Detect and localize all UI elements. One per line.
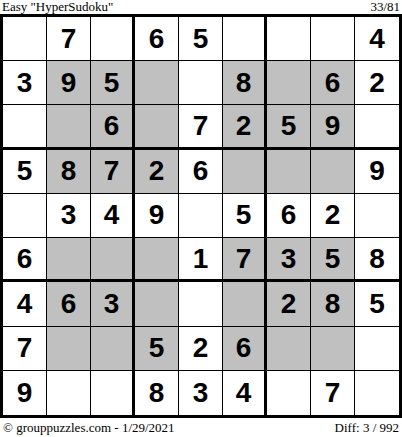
cell-r7c2[interactable]: 6 — [47, 282, 91, 326]
cell-r6c1[interactable]: 6 — [3, 238, 47, 282]
cell-r9c6[interactable]: 4 — [223, 371, 267, 415]
cell-r7c6[interactable] — [223, 282, 267, 326]
cell-r3c7[interactable]: 5 — [267, 105, 311, 149]
cell-r9c4[interactable]: 8 — [135, 371, 179, 415]
footer: © grouppuzzles.com - 1/29/2021 Diff: 3 /… — [0, 418, 402, 437]
cell-r4c8[interactable] — [311, 150, 355, 194]
cell-r4c6[interactable] — [223, 150, 267, 194]
progress-counter: 33/81 — [370, 0, 400, 13]
cell-r9c9[interactable] — [355, 371, 399, 415]
cell-r5c4[interactable]: 9 — [135, 194, 179, 238]
cell-r6c2[interactable] — [47, 238, 91, 282]
cell-r2c3[interactable]: 5 — [91, 61, 135, 105]
cell-r8c1[interactable]: 7 — [3, 327, 47, 371]
cell-r1c4[interactable]: 6 — [135, 17, 179, 61]
cell-r7c3[interactable]: 3 — [91, 282, 135, 326]
cell-r8c6[interactable]: 6 — [223, 327, 267, 371]
cell-r3c5[interactable]: 7 — [179, 105, 223, 149]
cell-r3c6[interactable]: 2 — [223, 105, 267, 149]
cell-r2c5[interactable] — [179, 61, 223, 105]
cell-r5c9[interactable] — [355, 194, 399, 238]
cell-r5c7[interactable]: 6 — [267, 194, 311, 238]
cell-r8c7[interactable] — [267, 327, 311, 371]
difficulty-text: Diff: 3 / 992 — [335, 420, 399, 436]
cell-r2c6[interactable]: 8 — [223, 61, 267, 105]
cell-r1c7[interactable] — [267, 17, 311, 61]
header: Easy "HyperSudoku" 33/81 — [0, 0, 402, 14]
cell-r8c3[interactable] — [91, 327, 135, 371]
cell-r7c4[interactable] — [135, 282, 179, 326]
cell-r8c9[interactable] — [355, 327, 399, 371]
cell-r4c4[interactable]: 2 — [135, 150, 179, 194]
puzzle-title: Easy "HyperSudoku" — [2, 0, 113, 13]
cell-r8c4[interactable]: 5 — [135, 327, 179, 371]
cell-r1c3[interactable] — [91, 17, 135, 61]
cell-r4c1[interactable]: 5 — [3, 150, 47, 194]
cell-r3c8[interactable]: 9 — [311, 105, 355, 149]
cell-r5c3[interactable]: 4 — [91, 194, 135, 238]
cell-r1c8[interactable] — [311, 17, 355, 61]
cell-r1c6[interactable] — [223, 17, 267, 61]
cell-r1c2[interactable]: 7 — [47, 17, 91, 61]
cell-r3c1[interactable] — [3, 105, 47, 149]
cell-r6c3[interactable] — [91, 238, 135, 282]
cell-r8c8[interactable] — [311, 327, 355, 371]
cell-r3c4[interactable] — [135, 105, 179, 149]
cell-r4c9[interactable]: 9 — [355, 150, 399, 194]
cell-r4c2[interactable]: 8 — [47, 150, 91, 194]
cell-r7c5[interactable] — [179, 282, 223, 326]
cell-r8c5[interactable]: 2 — [179, 327, 223, 371]
cell-r2c2[interactable]: 9 — [47, 61, 91, 105]
cell-r7c9[interactable]: 5 — [355, 282, 399, 326]
cell-r4c3[interactable]: 7 — [91, 150, 135, 194]
cell-r6c7[interactable]: 3 — [267, 238, 311, 282]
cell-r9c7[interactable] — [267, 371, 311, 415]
cell-r5c2[interactable]: 3 — [47, 194, 91, 238]
cell-r7c8[interactable]: 8 — [311, 282, 355, 326]
cell-r3c2[interactable] — [47, 105, 91, 149]
cell-r9c8[interactable]: 7 — [311, 371, 355, 415]
cell-r6c6[interactable]: 7 — [223, 238, 267, 282]
cell-r2c7[interactable] — [267, 61, 311, 105]
cell-r5c5[interactable] — [179, 194, 223, 238]
cell-r9c5[interactable]: 3 — [179, 371, 223, 415]
cell-r6c9[interactable]: 8 — [355, 238, 399, 282]
cell-r5c6[interactable]: 5 — [223, 194, 267, 238]
cell-r9c3[interactable] — [91, 371, 135, 415]
cell-r5c1[interactable] — [3, 194, 47, 238]
cell-r7c1[interactable]: 4 — [3, 282, 47, 326]
cell-r6c8[interactable]: 5 — [311, 238, 355, 282]
cell-r2c4[interactable] — [135, 61, 179, 105]
cell-r1c9[interactable]: 4 — [355, 17, 399, 61]
cell-r1c1[interactable] — [3, 17, 47, 61]
sudoku-grid: 7654395862672595872693495626173584632857… — [0, 14, 402, 418]
cell-r8c2[interactable] — [47, 327, 91, 371]
puzzle-page: Easy "HyperSudoku" 33/81 765439586267259… — [0, 0, 402, 437]
cell-r5c8[interactable]: 2 — [311, 194, 355, 238]
cell-r2c1[interactable]: 3 — [3, 61, 47, 105]
cell-r9c2[interactable] — [47, 371, 91, 415]
copyright-text: © grouppuzzles.com - 1/29/2021 — [3, 420, 175, 436]
cell-r1c5[interactable]: 5 — [179, 17, 223, 61]
cell-r6c5[interactable]: 1 — [179, 238, 223, 282]
cell-r4c5[interactable]: 6 — [179, 150, 223, 194]
cell-r9c1[interactable]: 9 — [3, 371, 47, 415]
cell-r2c9[interactable]: 2 — [355, 61, 399, 105]
cell-r2c8[interactable]: 6 — [311, 61, 355, 105]
cell-r4c7[interactable] — [267, 150, 311, 194]
cell-r3c3[interactable]: 6 — [91, 105, 135, 149]
cell-r7c7[interactable]: 2 — [267, 282, 311, 326]
cell-r3c9[interactable] — [355, 105, 399, 149]
cell-r6c4[interactable] — [135, 238, 179, 282]
